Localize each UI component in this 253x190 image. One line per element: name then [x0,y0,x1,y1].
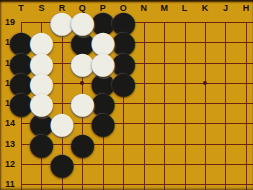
board-intersection-cell[interactable] [185,63,205,83]
board-intersection-cell[interactable] [164,184,184,190]
board-intersection-cell[interactable] [185,184,205,190]
board-intersection-cell[interactable] [103,184,123,190]
board-intersection-cell[interactable] [225,184,245,190]
board-intersection-cell[interactable] [185,144,205,164]
board-intersection-cell[interactable] [144,83,164,103]
column-label: T [18,3,24,13]
board-intersection-cell[interactable] [144,103,164,123]
board-intersection-cell[interactable] [205,83,225,103]
column-label: N [140,3,147,13]
board-intersection-cell[interactable] [205,184,225,190]
row-label: 12 [5,159,15,169]
column-label: J [223,3,228,13]
board-intersection-cell[interactable] [164,144,184,164]
board-intersection-cell[interactable] [225,22,245,42]
white-stone[interactable]: ● [92,52,114,74]
board-intersection-cell[interactable] [246,63,253,83]
board-intersection-cell[interactable] [205,63,225,83]
board-intersection-cell[interactable] [123,123,143,143]
go-app-window: TSRQPONMLKJH 191817161514131211 ●●●●●●●●… [0,0,253,190]
go-board[interactable]: TSRQPONMLKJH 191817161514131211 ●●●●●●●●… [0,0,253,190]
board-intersection-cell[interactable] [123,184,143,190]
board-intersection-cell[interactable] [123,103,143,123]
board-intersection-cell[interactable] [144,144,164,164]
board-intersection-cell[interactable] [144,164,164,184]
board-intersection-cell[interactable] [246,103,253,123]
board-intersection-cell[interactable] [185,103,205,123]
board-intersection-cell[interactable] [41,184,61,190]
black-stone[interactable]: ● [51,153,73,175]
column-label: K [202,3,209,13]
board-intersection-cell[interactable] [246,184,253,190]
board-intersection-cell[interactable] [205,123,225,143]
board-intersection-cell[interactable] [144,63,164,83]
board-intersection-cell[interactable] [246,164,253,184]
board-intersection-cell[interactable] [164,103,184,123]
board-intersection-cell[interactable] [164,123,184,143]
board-intersection-cell[interactable] [205,164,225,184]
board-intersection-cell[interactable] [164,63,184,83]
board-intersection-cell[interactable] [205,22,225,42]
board-intersection-cell[interactable] [246,83,253,103]
board-intersection-cell[interactable] [185,83,205,103]
board-intersection-cell[interactable] [246,144,253,164]
board-intersection-cell[interactable] [164,42,184,62]
board-intersection-cell[interactable] [82,184,102,190]
row-label: 13 [5,139,15,149]
star-point [203,81,207,85]
board-intersection-cell[interactable] [225,63,245,83]
board-intersection-cell[interactable] [225,144,245,164]
board-intersection-cell[interactable] [185,123,205,143]
board-intersection-cell[interactable] [103,164,123,184]
board-intersection-cell[interactable] [205,103,225,123]
board-intersection-cell[interactable] [144,184,164,190]
column-label: M [160,3,168,13]
board-intersection-cell[interactable] [225,42,245,62]
board-intersection-cell[interactable] [205,42,225,62]
board-intersection-cell[interactable] [164,22,184,42]
board-intersection-cell[interactable] [144,42,164,62]
board-intersection-cell[interactable] [246,123,253,143]
board-intersection-cell[interactable] [164,164,184,184]
board-intersection-cell[interactable] [225,164,245,184]
column-label: L [182,3,188,13]
column-label: S [38,3,44,13]
board-intersection-cell[interactable] [21,184,41,190]
board-intersection-cell[interactable] [21,164,41,184]
board-intersection-cell[interactable] [123,164,143,184]
board-intersection-cell[interactable] [103,144,123,164]
board-intersection-cell[interactable] [164,83,184,103]
board-intersection-cell[interactable] [144,123,164,143]
column-label: H [243,3,250,13]
board-intersection-cell[interactable] [144,22,164,42]
board-intersection-cell[interactable] [225,83,245,103]
row-label: 11 [5,179,15,189]
board-intersection-cell[interactable] [225,123,245,143]
white-stone[interactable]: ● [51,112,73,134]
board-intersection-cell[interactable] [185,42,205,62]
board-intersection-cell[interactable] [62,184,82,190]
board-intersection-cell[interactable] [225,103,245,123]
board-intersection-cell[interactable] [246,22,253,42]
board-intersection-cell[interactable] [82,164,102,184]
board-intersection-cell[interactable] [205,144,225,164]
board-intersection-cell[interactable] [185,164,205,184]
board-intersection-cell[interactable] [185,22,205,42]
board-intersection-cell[interactable] [123,144,143,164]
board-intersection-cell[interactable] [246,42,253,62]
